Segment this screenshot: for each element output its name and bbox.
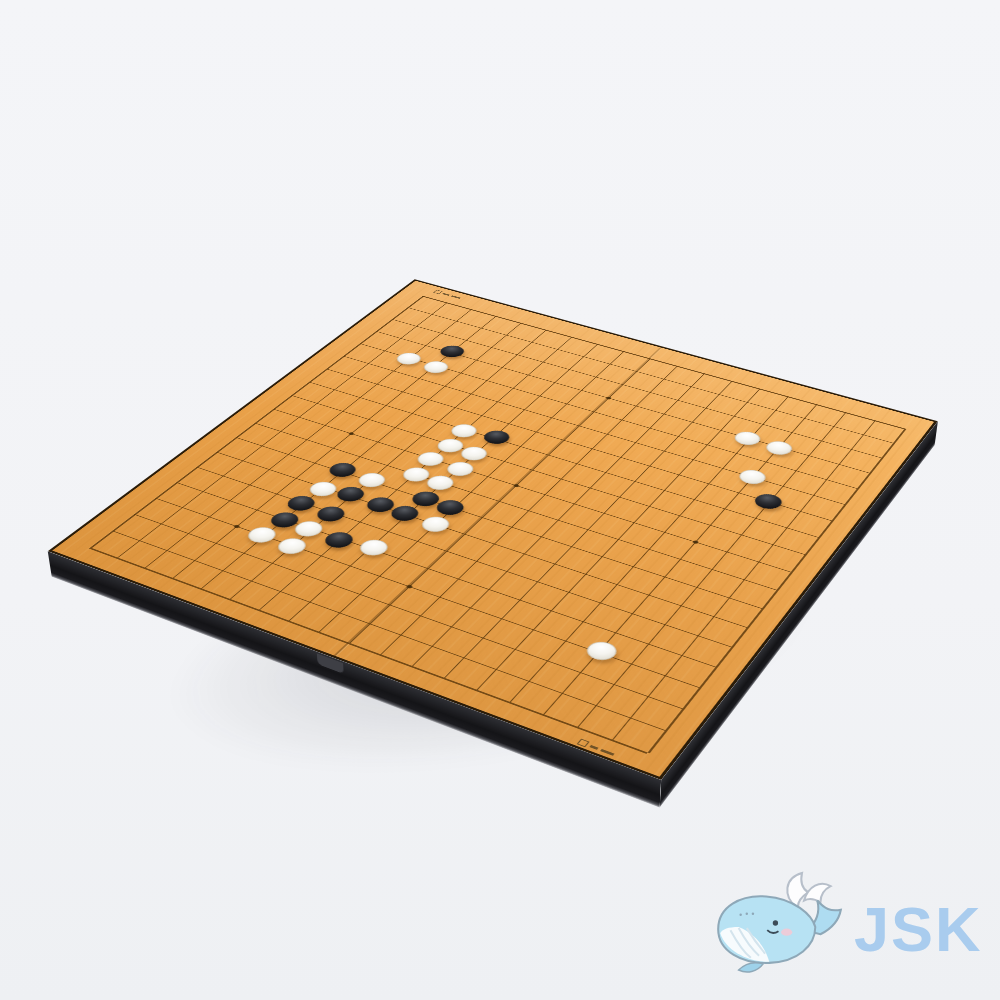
white-stone [735,467,769,486]
white-stone [413,450,448,469]
white-stone [355,537,393,558]
black-stone [320,529,358,550]
grid-line-vertical [412,373,705,666]
grid-line-horizontal [236,437,763,609]
star-point [233,525,240,529]
grid-line-horizontal [196,467,731,647]
grid-line-horizontal [254,423,776,591]
star-point [595,650,603,655]
black-stone [266,510,303,530]
black-stone [432,498,468,518]
white-stone [731,429,764,447]
black-stone [332,484,368,504]
brand-stamp-far-corner [433,290,462,300]
black-stone [751,492,786,512]
black-stone [283,493,320,513]
white-stone [273,536,311,557]
white-stone [417,514,454,535]
white-stone [582,639,622,664]
white-stone [354,470,390,489]
product-photo-scene: JSK [0,0,1000,1000]
white-stone [443,460,478,479]
watermark-text: JSK [854,898,983,961]
grid-line-vertical [90,296,424,548]
star-point [513,484,520,488]
grid-line-vertical [381,366,678,655]
grid-line-vertical [477,389,761,690]
star-point [406,584,413,588]
white-stone [762,439,796,457]
black-stone [386,503,423,523]
black-stone [408,489,444,509]
white-stone [290,519,328,540]
watermark: JSK [710,860,995,985]
white-stone [393,351,425,367]
whale-logo-icon [710,864,848,982]
grid-line-vertical [117,302,447,557]
grid-line-vertical [444,381,733,678]
black-stone [312,504,349,524]
star-point [692,540,699,544]
grid-line-vertical [145,309,472,568]
black-stone [362,495,399,515]
white-stone [243,524,281,545]
grid-line-vertical [349,358,651,643]
grid-line-horizontal [216,452,747,628]
